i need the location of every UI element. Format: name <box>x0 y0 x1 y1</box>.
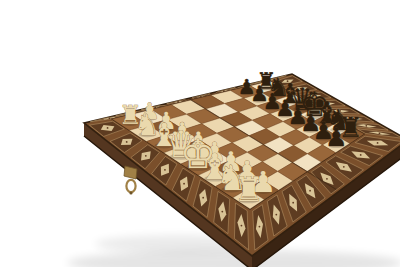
border-panel-center-dot <box>343 166 345 168</box>
border-panel-center-dot <box>126 141 128 143</box>
border-panel-center-dot <box>107 127 109 129</box>
border-panel-center-dot <box>241 225 243 227</box>
brass-clasp-latch <box>124 166 137 195</box>
border-panel-center-dot <box>360 154 362 156</box>
border-panel-center-dot <box>309 190 311 192</box>
border-panel-center-dot <box>326 178 328 180</box>
border-panel-center-dot <box>275 214 277 216</box>
border-panel-center-dot <box>221 211 223 213</box>
border-panel-center-dot <box>259 226 261 228</box>
chess-board: ♜♟♞♟♝♟♛♟♚♟♝♟♜♟♞♟♞♜♟♟♝♟♟♛♟♚♟♝♟♞♟♜ <box>40 16 400 267</box>
black-pawn-glyph: ♟ <box>325 123 347 152</box>
border-panel-center-dot <box>365 125 367 127</box>
white-rook-h1: ♜ <box>234 170 264 209</box>
border-panel-center-dot <box>379 132 381 134</box>
border-panel-center-dot <box>292 202 294 204</box>
border-panel-center-dot <box>109 117 111 119</box>
chess-set-photo: ♜♟♞♟♝♟♛♟♚♟♝♟♜♟♞♟♞♜♟♟♝♟♟♛♟♚♟♝♟♞♟♜ <box>40 16 400 267</box>
border-panel-center-dot <box>145 155 147 157</box>
black-pawn-h7: ♟ <box>325 123 347 152</box>
clasp-ring <box>126 180 135 192</box>
clasp-hook <box>129 191 132 194</box>
border-panel-center-dot <box>164 169 166 171</box>
border-panel-center-dot <box>377 142 379 144</box>
border-panel-center-dot <box>183 183 185 185</box>
white-rook-glyph: ♜ <box>234 170 264 209</box>
border-panel-center-dot <box>202 197 204 199</box>
